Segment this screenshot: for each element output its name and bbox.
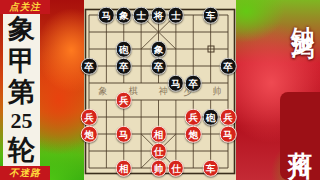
red-piece-兵[interactable]: 兵 [220,109,237,126]
black-piece-砲[interactable]: 砲 [202,109,219,126]
black-piece-将[interactable]: 将 [150,7,167,24]
red-piece-兵[interactable]: 兵 [116,92,133,109]
river-watermark-char: 象 [99,85,108,98]
red-piece-炮[interactable]: 炮 [185,126,202,143]
red-piece-仕[interactable]: 仕 [168,160,185,177]
follow-ribbon: 点关注 [0,0,50,14]
black-piece-马[interactable]: 马 [168,75,185,92]
river-watermark-char: 帅 [213,85,222,98]
banner-char-5: 轮 [8,137,35,164]
red-piece-帅[interactable]: 帅 [150,160,167,177]
banner-char-1: 象 [8,16,35,43]
black-piece-卒[interactable]: 卒 [185,75,202,92]
red-piece-马[interactable]: 马 [220,126,237,143]
black-piece-象[interactable]: 象 [116,7,133,24]
player-name-red-box: 蒋川 [280,92,320,180]
red-piece-兵[interactable]: 兵 [81,109,98,126]
player-name-black: 钟少鸿 [291,7,314,22]
black-piece-象[interactable]: 象 [150,41,167,58]
red-piece-马[interactable]: 马 [116,126,133,143]
red-piece-相[interactable]: 相 [150,126,167,143]
banner-round-number: 25 [11,110,33,132]
banner-char-2: 甲 [8,48,35,75]
xiangqi-board: 象棋神少帅 马象士将士车砲象卒卒卒卒马卒砲兵兵兵兵炮马相炮马仕相帅仕车 [84,0,236,180]
black-piece-士[interactable]: 士 [133,7,150,24]
black-piece-卒[interactable]: 卒 [150,58,167,75]
red-piece-兵[interactable]: 兵 [185,109,202,126]
banner-char-3: 第 [8,79,35,106]
last-move-from-marker [207,46,214,53]
red-piece-炮[interactable]: 炮 [81,126,98,143]
black-piece-砲[interactable]: 砲 [116,41,133,58]
banner-vertical-strip: 象 甲 第 25 轮 [3,14,40,166]
black-piece-卒[interactable]: 卒 [81,58,98,75]
black-piece-卒[interactable]: 卒 [220,58,237,75]
right-panel: 钟少鸿 蒋川 [236,0,320,180]
follow-ribbon-bottom: 不迷路 [0,166,50,180]
red-piece-相[interactable]: 相 [116,160,133,177]
video-thumbnail: 点关注 象 甲 第 25 轮 不迷路 象棋神少帅 马象士将士车砲象卒卒卒卒马卒砲… [0,0,320,180]
player-name-red: 蒋川 [288,132,312,140]
black-piece-马[interactable]: 马 [98,7,115,24]
river-watermark-char: 神 [159,85,168,98]
black-piece-车[interactable]: 车 [202,7,219,24]
red-piece-车[interactable]: 车 [202,160,219,177]
left-banner: 点关注 象 甲 第 25 轮 不迷路 [0,0,84,180]
black-piece-卒[interactable]: 卒 [116,58,133,75]
black-piece-士[interactable]: 士 [168,7,185,24]
red-piece-仕[interactable]: 仕 [150,143,167,160]
